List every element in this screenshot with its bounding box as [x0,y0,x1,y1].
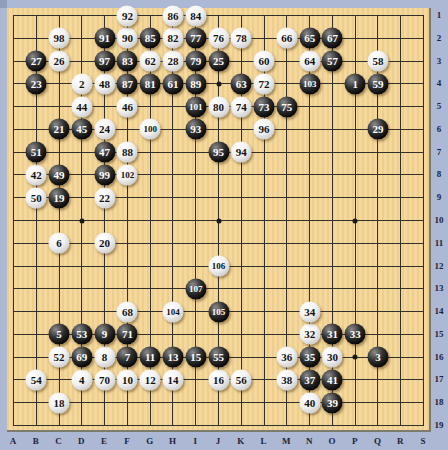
row-label: 13 [435,283,444,293]
stone-93: 93 [185,119,206,140]
stone-2: 2 [71,73,92,94]
stone-53: 53 [71,324,92,345]
stone-20: 20 [94,233,115,254]
row-label: 9 [437,192,442,202]
stone-107: 107 [185,278,206,299]
grid-line [13,243,424,244]
stone-40: 40 [299,392,320,413]
stone-6: 6 [49,233,70,254]
stone-98: 98 [49,28,70,49]
stone-92: 92 [117,5,138,26]
stone-31: 31 [322,324,343,345]
stone-81: 81 [140,73,161,94]
stone-54: 54 [26,369,47,390]
col-label: D [78,436,85,446]
stone-18: 18 [49,392,70,413]
stone-61: 61 [162,73,183,94]
row-label: 12 [435,261,444,271]
stone-8: 8 [94,347,115,368]
row-label: 16 [435,352,444,362]
stone-70: 70 [94,369,115,390]
row-label: 15 [435,329,444,339]
stone-72: 72 [254,73,275,94]
row-label: 18 [435,397,444,407]
col-label: B [33,436,39,446]
stone-100: 100 [140,119,161,140]
star-point [216,218,221,223]
stone-7: 7 [117,347,138,368]
row-label: 8 [437,169,442,179]
stone-102: 102 [117,164,138,185]
stone-99: 99 [94,164,115,185]
row-label: 7 [437,147,442,157]
stone-105: 105 [208,301,229,322]
col-label: I [193,436,197,446]
stone-95: 95 [208,142,229,163]
stone-47: 47 [94,142,115,163]
board-frame: ABCDEFGHIJKLMNOPQRS123456789101112131415… [0,0,448,450]
stone-28: 28 [162,51,183,72]
stone-14: 14 [162,369,183,390]
col-label: N [306,436,313,446]
stone-19: 19 [49,187,70,208]
row-label: 5 [437,101,442,111]
stone-78: 78 [231,28,252,49]
star-point [79,218,84,223]
stone-68: 68 [117,301,138,322]
stone-86: 86 [162,5,183,26]
stone-13: 13 [162,347,183,368]
stone-80: 80 [208,96,229,117]
row-label: 4 [437,78,442,88]
stone-76: 76 [208,28,229,49]
stone-42: 42 [26,164,47,185]
stone-38: 38 [276,369,297,390]
stone-79: 79 [185,51,206,72]
stone-12: 12 [140,369,161,390]
col-label: L [261,436,267,446]
stone-89: 89 [185,73,206,94]
stone-90: 90 [117,28,138,49]
stone-74: 74 [231,96,252,117]
stone-16: 16 [208,369,229,390]
col-label: G [146,436,153,446]
stone-4: 4 [71,369,92,390]
stone-24: 24 [94,119,115,140]
stone-73: 73 [254,96,275,117]
stone-97: 97 [94,51,115,72]
stone-41: 41 [322,369,343,390]
stone-56: 56 [231,369,252,390]
stone-36: 36 [276,347,297,368]
stone-96: 96 [254,119,275,140]
stone-22: 22 [94,187,115,208]
stone-15: 15 [185,347,206,368]
stone-10: 10 [117,369,138,390]
stone-69: 69 [71,347,92,368]
stone-35: 35 [299,347,320,368]
col-label: C [55,436,62,446]
col-label: K [237,436,244,446]
star-point [353,218,358,223]
stone-101: 101 [185,96,206,117]
stone-94: 94 [231,142,252,163]
stone-75: 75 [276,96,297,117]
stone-58: 58 [367,51,388,72]
stone-50: 50 [26,187,47,208]
stone-65: 65 [299,28,320,49]
stone-11: 11 [140,347,161,368]
stone-21: 21 [49,119,70,140]
row-label: 10 [435,215,444,225]
stone-60: 60 [254,51,275,72]
row-label: 1 [437,10,442,20]
stone-34: 34 [299,301,320,322]
stone-88: 88 [117,142,138,163]
stone-66: 66 [276,28,297,49]
grid-line [423,15,424,426]
stone-26: 26 [49,51,70,72]
grid-line [13,425,424,426]
row-label: 17 [435,374,444,384]
stone-52: 52 [49,347,70,368]
grid-line [13,288,424,289]
frame-corner [0,0,7,8]
stone-25: 25 [208,51,229,72]
stone-44: 44 [71,96,92,117]
stone-77: 77 [185,28,206,49]
row-label: 2 [437,33,442,43]
row-label: 14 [435,306,444,316]
stone-87: 87 [117,73,138,94]
row-label: 19 [435,420,444,430]
stone-85: 85 [140,28,161,49]
stone-64: 64 [299,51,320,72]
star-point [353,355,358,360]
stone-55: 55 [208,347,229,368]
goban[interactable] [7,8,431,432]
grid-line [400,15,401,426]
stone-59: 59 [367,73,388,94]
stone-84: 84 [185,5,206,26]
stone-30: 30 [322,347,343,368]
stone-45: 45 [71,119,92,140]
stone-3: 3 [367,347,388,368]
stone-67: 67 [322,28,343,49]
stone-33: 33 [345,324,366,345]
col-label: A [10,436,17,446]
row-label: 6 [437,124,442,134]
stone-27: 27 [26,51,47,72]
stone-63: 63 [231,73,252,94]
stone-5: 5 [49,324,70,345]
col-label: F [124,436,130,446]
stone-83: 83 [117,51,138,72]
stone-82: 82 [162,28,183,49]
stone-49: 49 [49,164,70,185]
star-point [216,81,221,86]
stone-48: 48 [94,73,115,94]
stone-29: 29 [367,119,388,140]
stone-104: 104 [162,301,183,322]
stone-71: 71 [117,324,138,345]
col-label: O [328,436,335,446]
col-label: J [216,436,221,446]
stone-23: 23 [26,73,47,94]
col-label: P [352,436,358,446]
row-label: 3 [437,56,442,66]
col-label: S [421,436,426,446]
stone-103: 103 [299,73,320,94]
grid-line [13,402,424,403]
stone-62: 62 [140,51,161,72]
col-label: R [397,436,404,446]
stone-106: 106 [208,256,229,277]
stone-1: 1 [345,73,366,94]
stone-32: 32 [299,324,320,345]
stone-46: 46 [117,96,138,117]
stone-9: 9 [94,324,115,345]
stone-91: 91 [94,28,115,49]
stone-37: 37 [299,369,320,390]
col-label: M [282,436,291,446]
row-label: 11 [435,238,444,248]
col-label: Q [374,436,381,446]
stone-39: 39 [322,392,343,413]
stone-51: 51 [26,142,47,163]
stone-57: 57 [322,51,343,72]
col-label: H [169,436,176,446]
col-label: E [101,436,107,446]
